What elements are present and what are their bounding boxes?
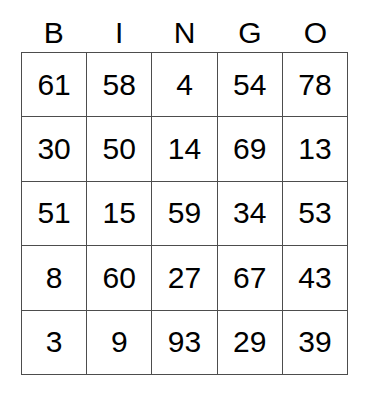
cell-r3c3[interactable]: 59 (152, 182, 217, 246)
cell-r3c4[interactable]: 34 (218, 182, 283, 246)
cell-r1c5[interactable]: 78 (283, 53, 348, 117)
cell-r5c5[interactable]: 39 (283, 311, 348, 375)
cell-r1c2[interactable]: 58 (87, 53, 152, 117)
cell-r2c2[interactable]: 50 (87, 117, 152, 181)
header-letter-g: G (217, 0, 282, 52)
header-letter-o: O (283, 0, 348, 52)
cell-r4c4[interactable]: 67 (218, 246, 283, 310)
cell-r4c3[interactable]: 27 (152, 246, 217, 310)
cell-r5c1[interactable]: 3 (22, 311, 87, 375)
cell-r4c5[interactable]: 43 (283, 246, 348, 310)
cell-r2c1[interactable]: 30 (22, 117, 87, 181)
header-letter-b: B (21, 0, 86, 52)
cell-r2c3[interactable]: 14 (152, 117, 217, 181)
cell-r1c3[interactable]: 4 (152, 53, 217, 117)
cell-r5c3[interactable]: 93 (152, 311, 217, 375)
cell-r4c1[interactable]: 8 (22, 246, 87, 310)
cell-r1c1[interactable]: 61 (22, 53, 87, 117)
cell-r5c2[interactable]: 9 (87, 311, 152, 375)
cell-r3c5[interactable]: 53 (283, 182, 348, 246)
bingo-header: B I N G O (21, 0, 348, 52)
bingo-card: B I N G O 61 58 4 54 78 30 50 14 69 13 5… (0, 0, 368, 400)
cell-r2c5[interactable]: 13 (283, 117, 348, 181)
cell-r4c2[interactable]: 60 (87, 246, 152, 310)
cell-r5c4[interactable]: 29 (218, 311, 283, 375)
bingo-grid: 61 58 4 54 78 30 50 14 69 13 51 15 59 34… (21, 52, 348, 375)
header-letter-i: I (86, 0, 151, 52)
cell-r2c4[interactable]: 69 (218, 117, 283, 181)
header-letter-n: N (152, 0, 217, 52)
cell-r3c1[interactable]: 51 (22, 182, 87, 246)
cell-r1c4[interactable]: 54 (218, 53, 283, 117)
cell-r3c2[interactable]: 15 (87, 182, 152, 246)
